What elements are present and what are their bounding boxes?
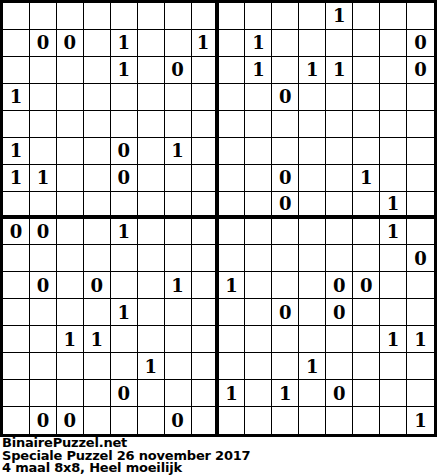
cell-r8c5[interactable] xyxy=(138,219,165,246)
cell-r8c3[interactable] xyxy=(84,219,111,246)
cell-r14c5[interactable] xyxy=(138,380,165,407)
cell-r15c11[interactable] xyxy=(299,407,326,434)
cell-r11c11[interactable] xyxy=(299,299,326,326)
board: 1001110101110101011100101001100011001001… xyxy=(0,0,437,437)
cell-r10c14[interactable] xyxy=(380,272,407,299)
cell-r6c3[interactable] xyxy=(84,165,111,192)
cell-r4c1[interactable] xyxy=(30,111,57,138)
cell-r14c3[interactable] xyxy=(84,380,111,407)
cell-r11c15[interactable] xyxy=(407,299,434,326)
cell-r6c8[interactable] xyxy=(219,165,246,192)
cell-r15c7[interactable] xyxy=(192,407,219,434)
cell-r14c6[interactable] xyxy=(165,380,192,407)
cell-r8c4: 1 xyxy=(111,219,138,246)
cell-r3c5[interactable] xyxy=(138,84,165,111)
cell-r2c3[interactable] xyxy=(84,57,111,84)
cell-r9c6[interactable] xyxy=(165,245,192,272)
cell-r5c4: 0 xyxy=(111,138,138,165)
cell-r2c12: 1 xyxy=(326,57,353,84)
cell-r10c2[interactable] xyxy=(57,272,84,299)
cell-r7c9[interactable] xyxy=(245,192,272,219)
cell-r13c5: 1 xyxy=(138,353,165,380)
cell-r1c3[interactable] xyxy=(84,30,111,57)
cell-r4c4[interactable] xyxy=(111,111,138,138)
cell-r2c13[interactable] xyxy=(353,57,380,84)
cell-r15c8[interactable] xyxy=(219,407,246,434)
cell-r7c7[interactable] xyxy=(192,192,219,219)
cell-r1c0[interactable] xyxy=(3,30,30,57)
cell-r1c13[interactable] xyxy=(353,30,380,57)
cell-r1c4: 1 xyxy=(111,30,138,57)
cell-r12c14: 1 xyxy=(380,326,407,353)
cell-r3c12[interactable] xyxy=(326,84,353,111)
cell-r3c13[interactable] xyxy=(353,84,380,111)
cell-r11c10: 0 xyxy=(272,299,299,326)
cell-r4c2[interactable] xyxy=(57,111,84,138)
cell-r4c14[interactable] xyxy=(380,111,407,138)
cell-r13c8[interactable] xyxy=(219,353,246,380)
cell-r8c7[interactable] xyxy=(192,219,219,246)
cell-r2c11: 1 xyxy=(299,57,326,84)
cell-r14c0[interactable] xyxy=(3,380,30,407)
cell-r12c3: 1 xyxy=(84,326,111,353)
cell-r4c15[interactable] xyxy=(407,111,434,138)
cell-r7c3[interactable] xyxy=(84,192,111,219)
cell-r1c8[interactable] xyxy=(219,30,246,57)
cell-r8c11[interactable] xyxy=(299,219,326,246)
cell-r10c13: 0 xyxy=(353,272,380,299)
cell-r3c1[interactable] xyxy=(30,84,57,111)
cell-r10c1: 0 xyxy=(30,272,57,299)
cell-r14c1[interactable] xyxy=(30,380,57,407)
cell-r2c6: 0 xyxy=(165,57,192,84)
cell-r13c15[interactable] xyxy=(407,353,434,380)
cell-r14c8: 1 xyxy=(219,380,246,407)
cell-r9c1[interactable] xyxy=(30,245,57,272)
cell-r5c2[interactable] xyxy=(57,138,84,165)
cell-r3c15[interactable] xyxy=(407,84,434,111)
cell-r0c11[interactable] xyxy=(299,3,326,30)
cell-r8c15[interactable] xyxy=(407,219,434,246)
cell-r10c0[interactable] xyxy=(3,272,30,299)
cell-r14c11[interactable] xyxy=(299,380,326,407)
cell-r10c3: 0 xyxy=(84,272,111,299)
cell-r5c10[interactable] xyxy=(272,138,299,165)
cell-r14c15[interactable] xyxy=(407,380,434,407)
cell-r8c8[interactable] xyxy=(219,219,246,246)
cell-r12c9[interactable] xyxy=(245,326,272,353)
cell-r13c11: 1 xyxy=(299,353,326,380)
cell-r8c9[interactable] xyxy=(245,219,272,246)
cell-r11c4: 1 xyxy=(111,299,138,326)
cell-r8c12[interactable] xyxy=(326,219,353,246)
cell-r11c13[interactable] xyxy=(353,299,380,326)
cell-r2c10[interactable] xyxy=(272,57,299,84)
cell-r1c9: 1 xyxy=(245,30,272,57)
cell-r15c6: 0 xyxy=(165,407,192,434)
cell-r6c4: 0 xyxy=(111,165,138,192)
cell-r5c7[interactable] xyxy=(192,138,219,165)
cell-r8c14: 1 xyxy=(380,219,407,246)
cell-r15c14[interactable] xyxy=(380,407,407,434)
cell-r12c4[interactable] xyxy=(111,326,138,353)
cell-r13c6[interactable] xyxy=(165,353,192,380)
cell-r9c9[interactable] xyxy=(245,245,272,272)
cell-r7c6[interactable] xyxy=(165,192,192,219)
cell-r0c4[interactable] xyxy=(111,3,138,30)
cell-r14c9[interactable] xyxy=(245,380,272,407)
cell-r5c1[interactable] xyxy=(30,138,57,165)
cell-r14c14[interactable] xyxy=(380,380,407,407)
cell-r11c1[interactable] xyxy=(30,299,57,326)
cell-r10c8: 1 xyxy=(219,272,246,299)
cell-r12c1[interactable] xyxy=(30,326,57,353)
cell-r11c14[interactable] xyxy=(380,299,407,326)
cell-r14c4: 0 xyxy=(111,380,138,407)
cell-r11c6[interactable] xyxy=(165,299,192,326)
cell-r2c1[interactable] xyxy=(30,57,57,84)
cell-r10c10[interactable] xyxy=(272,272,299,299)
cell-r4c3[interactable] xyxy=(84,111,111,138)
cell-r5c14[interactable] xyxy=(380,138,407,165)
cell-r1c6[interactable] xyxy=(165,30,192,57)
cell-r4c11[interactable] xyxy=(299,111,326,138)
cell-r0c6[interactable] xyxy=(165,3,192,30)
cell-r6c6[interactable] xyxy=(165,165,192,192)
cell-r6c12[interactable] xyxy=(326,165,353,192)
cell-r7c1[interactable] xyxy=(30,192,57,219)
cell-r7c14: 1 xyxy=(380,192,407,219)
cell-r5c6: 1 xyxy=(165,138,192,165)
cell-r12c8[interactable] xyxy=(219,326,246,353)
cell-r0c15[interactable] xyxy=(407,3,434,30)
cell-r5c8[interactable] xyxy=(219,138,246,165)
cell-r9c7[interactable] xyxy=(192,245,219,272)
cell-r13c13[interactable] xyxy=(353,353,380,380)
cell-r5c5[interactable] xyxy=(138,138,165,165)
cell-r12c6[interactable] xyxy=(165,326,192,353)
cell-r3c14[interactable] xyxy=(380,84,407,111)
cell-r13c9[interactable] xyxy=(245,353,272,380)
cell-r2c2[interactable] xyxy=(57,57,84,84)
cell-r7c10: 0 xyxy=(272,192,299,219)
cell-r2c0[interactable] xyxy=(3,57,30,84)
cell-r2c14[interactable] xyxy=(380,57,407,84)
cell-r12c2: 1 xyxy=(57,326,84,353)
cell-r3c2[interactable] xyxy=(57,84,84,111)
cell-r3c10: 0 xyxy=(272,84,299,111)
cell-r8c1: 0 xyxy=(30,219,57,246)
cell-r7c0[interactable] xyxy=(3,192,30,219)
cell-r6c15[interactable] xyxy=(407,165,434,192)
cell-r3c3[interactable] xyxy=(84,84,111,111)
cell-r14c12: 0 xyxy=(326,380,353,407)
cell-r11c5[interactable] xyxy=(138,299,165,326)
cell-r13c1[interactable] xyxy=(30,353,57,380)
cell-r1c1: 0 xyxy=(30,30,57,57)
cell-r7c13[interactable] xyxy=(353,192,380,219)
cell-r12c11[interactable] xyxy=(299,326,326,353)
cell-r13c10[interactable] xyxy=(272,353,299,380)
cell-r9c10[interactable] xyxy=(272,245,299,272)
cell-r1c15: 0 xyxy=(407,30,434,57)
cell-r12c13[interactable] xyxy=(353,326,380,353)
cell-r9c13[interactable] xyxy=(353,245,380,272)
cell-r3c6[interactable] xyxy=(165,84,192,111)
cell-r1c2: 0 xyxy=(57,30,84,57)
cell-r13c7[interactable] xyxy=(192,353,219,380)
cell-r6c7[interactable] xyxy=(192,165,219,192)
cell-r4c6[interactable] xyxy=(165,111,192,138)
cell-r0c8[interactable] xyxy=(219,3,246,30)
cell-r4c0[interactable] xyxy=(3,111,30,138)
cell-r14c13[interactable] xyxy=(353,380,380,407)
cell-r1c7: 1 xyxy=(192,30,219,57)
cell-r6c9[interactable] xyxy=(245,165,272,192)
cell-r15c15: 1 xyxy=(407,407,434,434)
cell-r15c0[interactable] xyxy=(3,407,30,434)
cell-r9c15: 0 xyxy=(407,245,434,272)
cell-r6c5[interactable] xyxy=(138,165,165,192)
cell-r0c9[interactable] xyxy=(245,3,272,30)
footer-subtitle: 4 maal 8x8, Heel moeilijk xyxy=(2,462,437,475)
cell-r7c8[interactable] xyxy=(219,192,246,219)
cell-r2c8[interactable] xyxy=(219,57,246,84)
cell-r5c11[interactable] xyxy=(299,138,326,165)
cell-r14c2[interactable] xyxy=(57,380,84,407)
cell-r2c5[interactable] xyxy=(138,57,165,84)
cell-r6c2[interactable] xyxy=(57,165,84,192)
cell-r5c9[interactable] xyxy=(245,138,272,165)
cell-r8c2[interactable] xyxy=(57,219,84,246)
cell-r1c12[interactable] xyxy=(326,30,353,57)
cell-r4c9[interactable] xyxy=(245,111,272,138)
cell-r11c7[interactable] xyxy=(192,299,219,326)
cell-r9c0[interactable] xyxy=(3,245,30,272)
cell-r1c11[interactable] xyxy=(299,30,326,57)
cell-r12c7[interactable] xyxy=(192,326,219,353)
cell-r3c11[interactable] xyxy=(299,84,326,111)
cell-r1c5[interactable] xyxy=(138,30,165,57)
cell-r12c10[interactable] xyxy=(272,326,299,353)
cell-r10c6: 1 xyxy=(165,272,192,299)
cell-r4c10[interactable] xyxy=(272,111,299,138)
cell-r14c10: 1 xyxy=(272,380,299,407)
cell-r3c9[interactable] xyxy=(245,84,272,111)
cell-r0c0[interactable] xyxy=(3,3,30,30)
cell-r13c0[interactable] xyxy=(3,353,30,380)
cell-r6c1: 1 xyxy=(30,165,57,192)
cell-r9c2[interactable] xyxy=(57,245,84,272)
cell-r10c7[interactable] xyxy=(192,272,219,299)
cell-r12c0[interactable] xyxy=(3,326,30,353)
cell-r6c14[interactable] xyxy=(380,165,407,192)
cell-r7c11[interactable] xyxy=(299,192,326,219)
cell-r15c9[interactable] xyxy=(245,407,272,434)
cell-r9c8[interactable] xyxy=(219,245,246,272)
cell-r8c0: 0 xyxy=(3,219,30,246)
cell-r5c0: 1 xyxy=(3,138,30,165)
cell-r7c12[interactable] xyxy=(326,192,353,219)
cell-r11c8[interactable] xyxy=(219,299,246,326)
cell-r11c0[interactable] xyxy=(3,299,30,326)
cell-r7c15[interactable] xyxy=(407,192,434,219)
cell-r3c8[interactable] xyxy=(219,84,246,111)
cell-r2c9: 1 xyxy=(245,57,272,84)
cell-r0c10[interactable] xyxy=(272,3,299,30)
cell-r4c5[interactable] xyxy=(138,111,165,138)
cell-r5c3[interactable] xyxy=(84,138,111,165)
cell-r12c15: 1 xyxy=(407,326,434,353)
cell-r6c11[interactable] xyxy=(299,165,326,192)
cell-r13c12[interactable] xyxy=(326,353,353,380)
footer: BinairePuzzel.net Speciale Puzzel 26 nov… xyxy=(0,437,437,475)
cell-r11c3[interactable] xyxy=(84,299,111,326)
cell-r7c5[interactable] xyxy=(138,192,165,219)
cell-r0c12: 1 xyxy=(326,3,353,30)
cell-r4c8[interactable] xyxy=(219,111,246,138)
cell-r1c10[interactable] xyxy=(272,30,299,57)
cell-r8c10[interactable] xyxy=(272,219,299,246)
cell-r13c4[interactable] xyxy=(111,353,138,380)
cell-r15c10[interactable] xyxy=(272,407,299,434)
cell-r11c2[interactable] xyxy=(57,299,84,326)
cell-r11c9[interactable] xyxy=(245,299,272,326)
cell-r0c2[interactable] xyxy=(57,3,84,30)
cell-r13c2[interactable] xyxy=(57,353,84,380)
cell-r3c0: 1 xyxy=(3,84,30,111)
cell-r15c3[interactable] xyxy=(84,407,111,434)
cell-r13c3[interactable] xyxy=(84,353,111,380)
cell-r9c3[interactable] xyxy=(84,245,111,272)
cell-r15c2: 0 xyxy=(57,407,84,434)
cell-r14c7[interactable] xyxy=(192,380,219,407)
cell-r10c5[interactable] xyxy=(138,272,165,299)
cell-r6c13: 1 xyxy=(353,165,380,192)
cell-r7c2[interactable] xyxy=(57,192,84,219)
cell-r11c12: 0 xyxy=(326,299,353,326)
cell-r7c4[interactable] xyxy=(111,192,138,219)
cell-r4c12[interactable] xyxy=(326,111,353,138)
cell-r9c5[interactable] xyxy=(138,245,165,272)
cell-r9c14[interactable] xyxy=(380,245,407,272)
cell-r4c13[interactable] xyxy=(353,111,380,138)
cell-r15c12[interactable] xyxy=(326,407,353,434)
cell-r0c3[interactable] xyxy=(84,3,111,30)
cell-r9c11[interactable] xyxy=(299,245,326,272)
cell-r10c15[interactable] xyxy=(407,272,434,299)
cell-r0c5[interactable] xyxy=(138,3,165,30)
cell-r6c0: 1 xyxy=(3,165,30,192)
cell-r10c4[interactable] xyxy=(111,272,138,299)
cell-r2c7[interactable] xyxy=(192,57,219,84)
cell-r9c12[interactable] xyxy=(326,245,353,272)
cell-r12c5[interactable] xyxy=(138,326,165,353)
cell-r4c7[interactable] xyxy=(192,111,219,138)
cell-r15c5[interactable] xyxy=(138,407,165,434)
cell-r2c15: 0 xyxy=(407,57,434,84)
cell-r8c6[interactable] xyxy=(165,219,192,246)
cell-r3c4[interactable] xyxy=(111,84,138,111)
cell-r10c11[interactable] xyxy=(299,272,326,299)
cell-r0c1[interactable] xyxy=(30,3,57,30)
cell-r12c12[interactable] xyxy=(326,326,353,353)
cell-r13c14[interactable] xyxy=(380,353,407,380)
cell-r15c4[interactable] xyxy=(111,407,138,434)
cell-r0c14[interactable] xyxy=(380,3,407,30)
cell-r3c7[interactable] xyxy=(192,84,219,111)
cell-r10c9[interactable] xyxy=(245,272,272,299)
cell-r2c4: 1 xyxy=(111,57,138,84)
cell-r6c10: 0 xyxy=(272,165,299,192)
cell-r5c13[interactable] xyxy=(353,138,380,165)
cell-r15c1: 0 xyxy=(30,407,57,434)
cell-r9c4[interactable] xyxy=(111,245,138,272)
cell-r8c13[interactable] xyxy=(353,219,380,246)
cell-r5c12[interactable] xyxy=(326,138,353,165)
cell-r1c14[interactable] xyxy=(380,30,407,57)
cell-r0c13[interactable] xyxy=(353,3,380,30)
cell-r10c12: 0 xyxy=(326,272,353,299)
cell-r0c7[interactable] xyxy=(192,3,219,30)
cell-r15c13[interactable] xyxy=(353,407,380,434)
cell-r5c15[interactable] xyxy=(407,138,434,165)
